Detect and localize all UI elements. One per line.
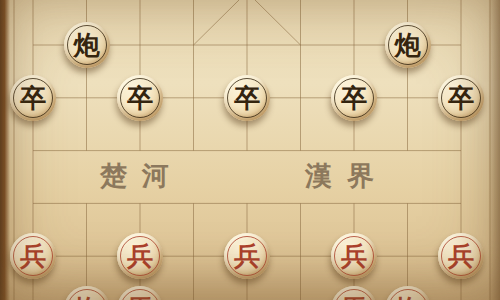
piece-ring: [67, 289, 107, 300]
piece-black-cannon[interactable]: 炮: [64, 22, 110, 68]
piece-ring: [67, 25, 107, 65]
piece-ring: [227, 236, 267, 276]
piece-ring: [227, 78, 267, 118]
piece-red-soldier[interactable]: 兵: [438, 233, 484, 279]
piece-character: 卒: [234, 85, 260, 111]
piece-ring: [388, 25, 428, 65]
piece-character: 炮: [74, 32, 100, 58]
piece-character: 兵: [234, 243, 260, 269]
piece-black-soldier[interactable]: 卒: [331, 75, 377, 121]
piece-red-soldier[interactable]: 兵: [10, 233, 56, 279]
piece-character: 炮: [395, 296, 421, 300]
piece-ring: [441, 236, 481, 276]
piece-black-soldier[interactable]: 卒: [117, 75, 163, 121]
piece-character: 兵: [20, 243, 46, 269]
piece-character: 馬: [341, 296, 367, 300]
piece-ring: [120, 289, 160, 300]
piece-red-soldier[interactable]: 兵: [117, 233, 163, 279]
piece-character: 炮: [395, 32, 421, 58]
piece-character: 卒: [20, 85, 46, 111]
piece-black-soldier[interactable]: 卒: [224, 75, 270, 121]
xiangqi-board: 楚河 漢界 炮炮卒卒卒卒卒兵兵兵兵兵炮馬馬炮: [0, 0, 500, 300]
piece-ring: [120, 78, 160, 118]
piece-character: 兵: [341, 243, 367, 269]
piece-black-soldier[interactable]: 卒: [438, 75, 484, 121]
piece-ring: [13, 236, 53, 276]
piece-ring: [13, 78, 53, 118]
piece-ring: [441, 78, 481, 118]
piece-black-cannon[interactable]: 炮: [385, 22, 431, 68]
piece-red-soldier[interactable]: 兵: [331, 233, 377, 279]
piece-ring: [334, 289, 374, 300]
piece-character: 卒: [448, 85, 474, 111]
river-label-chu: 楚河: [90, 160, 194, 192]
piece-ring: [388, 289, 428, 300]
piece-red-soldier[interactable]: 兵: [224, 233, 270, 279]
piece-ring: [334, 236, 374, 276]
piece-character: 卒: [127, 85, 153, 111]
piece-character: 兵: [127, 243, 153, 269]
piece-character: 兵: [448, 243, 474, 269]
piece-ring: [120, 236, 160, 276]
piece-ring: [334, 78, 374, 118]
piece-black-soldier[interactable]: 卒: [10, 75, 56, 121]
river-label-han: 漢界: [295, 160, 399, 192]
piece-character: 卒: [341, 85, 367, 111]
piece-character: 馬: [127, 296, 153, 300]
piece-character: 炮: [74, 296, 100, 300]
